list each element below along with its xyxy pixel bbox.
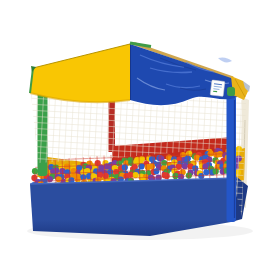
product-photo (0, 0, 278, 278)
canopy-left-panel-yellow (30, 44, 130, 102)
brand-label (210, 80, 225, 96)
pole-cap-green (227, 87, 235, 96)
wrinkle-glare (218, 57, 232, 62)
label-card (210, 80, 225, 96)
ball-pit-tent-illustration (0, 0, 278, 278)
